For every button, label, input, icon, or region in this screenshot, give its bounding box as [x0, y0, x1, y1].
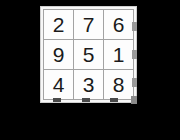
cell-r2c1: 9	[44, 40, 73, 69]
notch-bottom-3	[110, 98, 118, 102]
cell-r1c1: 2	[44, 10, 73, 39]
cell-r2c3: 1	[104, 40, 133, 69]
cell-r2c2: 5	[74, 40, 103, 69]
cell-r1c3: 6	[104, 10, 133, 39]
cell-r3c1: 4	[44, 70, 73, 99]
notch-corner	[131, 96, 137, 104]
board-frame: 276951438	[40, 6, 137, 103]
notch-right-1	[132, 22, 137, 31]
notch-right-2	[132, 50, 137, 59]
notch-bottom-1	[53, 98, 61, 102]
magic-square-board: 276951438	[43, 9, 134, 100]
cell-r1c2: 7	[74, 10, 103, 39]
cell-r3c2: 3	[74, 70, 103, 99]
notch-right-3	[132, 78, 137, 87]
cell-r3c3: 8	[104, 70, 133, 99]
notch-bottom-2	[82, 98, 90, 102]
magic-square-diagram: 276951438	[0, 0, 180, 140]
